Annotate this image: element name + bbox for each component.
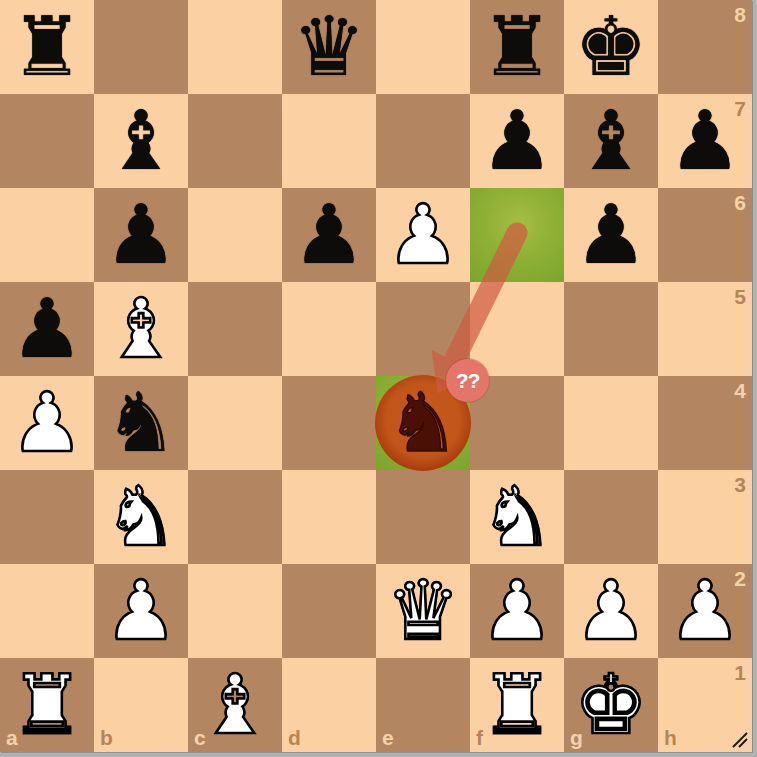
square-e1[interactable]: e bbox=[376, 658, 470, 752]
square-b4[interactable]: ♞ bbox=[94, 376, 188, 470]
square-g2[interactable]: ♟ bbox=[564, 564, 658, 658]
square-e4[interactable]: ♞?? bbox=[376, 376, 470, 470]
square-a6[interactable] bbox=[0, 188, 94, 282]
square-h7[interactable]: ♟7 bbox=[658, 94, 752, 188]
piece-white-bishop-b5[interactable]: ♝ bbox=[94, 282, 188, 376]
square-e7[interactable] bbox=[376, 94, 470, 188]
file-label-h: h bbox=[664, 726, 677, 750]
piece-white-pawn-e6[interactable]: ♟ bbox=[376, 188, 470, 282]
square-f6[interactable] bbox=[470, 188, 564, 282]
square-a7[interactable] bbox=[0, 94, 94, 188]
square-d3[interactable] bbox=[282, 470, 376, 564]
square-c4[interactable] bbox=[188, 376, 282, 470]
rank-label-1: 1 bbox=[734, 661, 746, 685]
piece-white-knight-b3[interactable]: ♞ bbox=[94, 470, 188, 564]
square-g7[interactable]: ♝ bbox=[564, 94, 658, 188]
square-a2[interactable] bbox=[0, 564, 94, 658]
square-a4[interactable]: ♟ bbox=[0, 376, 94, 470]
square-c5[interactable] bbox=[188, 282, 282, 376]
square-f3[interactable]: ♞ bbox=[470, 470, 564, 564]
square-c8[interactable] bbox=[188, 0, 282, 94]
piece-black-bishop-b7[interactable]: ♝ bbox=[94, 94, 188, 188]
rank-label-4: 4 bbox=[734, 379, 746, 403]
piece-white-pawn-g2[interactable]: ♟ bbox=[564, 564, 658, 658]
square-h8[interactable]: 8 bbox=[658, 0, 752, 94]
square-d2[interactable] bbox=[282, 564, 376, 658]
piece-white-pawn-b2[interactable]: ♟ bbox=[94, 564, 188, 658]
piece-white-knight-f3[interactable]: ♞ bbox=[470, 470, 564, 564]
square-c7[interactable] bbox=[188, 94, 282, 188]
piece-white-bishop-c1[interactable]: ♝ bbox=[188, 658, 282, 752]
square-d5[interactable] bbox=[282, 282, 376, 376]
piece-black-rook-f8[interactable]: ♜ bbox=[470, 0, 564, 94]
piece-white-rook-a1[interactable]: ♜ bbox=[0, 658, 94, 752]
rank-label-6: 6 bbox=[734, 191, 746, 215]
move-classification-badge: ?? bbox=[446, 359, 489, 402]
square-a1[interactable]: ♜a bbox=[0, 658, 94, 752]
piece-white-pawn-a4[interactable]: ♟ bbox=[0, 376, 94, 470]
file-label-b: b bbox=[100, 726, 113, 750]
square-g1[interactable]: ♚g bbox=[564, 658, 658, 752]
square-f7[interactable]: ♟ bbox=[470, 94, 564, 188]
piece-black-pawn-b6[interactable]: ♟ bbox=[94, 188, 188, 282]
square-g6[interactable]: ♟ bbox=[564, 188, 658, 282]
square-a5[interactable]: ♟ bbox=[0, 282, 94, 376]
square-d7[interactable] bbox=[282, 94, 376, 188]
piece-white-queen-e2[interactable]: ♛ bbox=[376, 564, 470, 658]
square-h5[interactable]: 5 bbox=[658, 282, 752, 376]
square-f2[interactable]: ♟ bbox=[470, 564, 564, 658]
piece-black-pawn-h7[interactable]: ♟ bbox=[658, 94, 752, 188]
square-d8[interactable]: ♛ bbox=[282, 0, 376, 94]
square-h3[interactable]: 3 bbox=[658, 470, 752, 564]
square-b3[interactable]: ♞ bbox=[94, 470, 188, 564]
square-e8[interactable] bbox=[376, 0, 470, 94]
square-e3[interactable] bbox=[376, 470, 470, 564]
board-resize-handle[interactable] bbox=[730, 730, 750, 750]
square-d1[interactable]: d bbox=[282, 658, 376, 752]
rank-label-5: 5 bbox=[734, 285, 746, 309]
square-g5[interactable] bbox=[564, 282, 658, 376]
square-b6[interactable]: ♟ bbox=[94, 188, 188, 282]
square-d4[interactable] bbox=[282, 376, 376, 470]
square-h1[interactable]: 1h bbox=[658, 658, 752, 752]
square-h6[interactable]: 6 bbox=[658, 188, 752, 282]
square-h2[interactable]: ♟2 bbox=[658, 564, 752, 658]
square-c2[interactable] bbox=[188, 564, 282, 658]
square-c3[interactable] bbox=[188, 470, 282, 564]
square-e6[interactable]: ♟ bbox=[376, 188, 470, 282]
piece-white-rook-f1[interactable]: ♜ bbox=[470, 658, 564, 752]
square-a3[interactable] bbox=[0, 470, 94, 564]
square-b5[interactable]: ♝ bbox=[94, 282, 188, 376]
piece-black-rook-a8[interactable]: ♜ bbox=[0, 0, 94, 94]
rank-label-8: 8 bbox=[734, 3, 746, 27]
square-f5[interactable] bbox=[470, 282, 564, 376]
square-f8[interactable]: ♜ bbox=[470, 0, 564, 94]
piece-black-pawn-g6[interactable]: ♟ bbox=[564, 188, 658, 282]
square-b1[interactable]: b bbox=[94, 658, 188, 752]
piece-white-king-g1[interactable]: ♚ bbox=[564, 658, 658, 752]
piece-black-pawn-f7[interactable]: ♟ bbox=[470, 94, 564, 188]
square-d6[interactable]: ♟ bbox=[282, 188, 376, 282]
file-label-d: d bbox=[288, 726, 301, 750]
square-g4[interactable] bbox=[564, 376, 658, 470]
square-c6[interactable] bbox=[188, 188, 282, 282]
square-b8[interactable] bbox=[94, 0, 188, 94]
square-g8[interactable]: ♚ bbox=[564, 0, 658, 94]
piece-black-queen-d8[interactable]: ♛ bbox=[282, 0, 376, 94]
square-e2[interactable]: ♛ bbox=[376, 564, 470, 658]
file-label-e: e bbox=[382, 726, 394, 750]
square-a8[interactable]: ♜ bbox=[0, 0, 94, 94]
square-f1[interactable]: ♜f bbox=[470, 658, 564, 752]
piece-white-pawn-f2[interactable]: ♟ bbox=[470, 564, 564, 658]
square-g3[interactable] bbox=[564, 470, 658, 564]
chess-board[interactable]: ♜♛♜♚8♝♟♝♟7♟♟♟♟6♟♝5♟♞♞??4♞♞3♟♛♟♟♟2♜ab♝cde… bbox=[0, 0, 752, 752]
square-h4[interactable]: 4 bbox=[658, 376, 752, 470]
piece-black-bishop-g7[interactable]: ♝ bbox=[564, 94, 658, 188]
piece-black-knight-b4[interactable]: ♞ bbox=[94, 376, 188, 470]
piece-black-pawn-d6[interactable]: ♟ bbox=[282, 188, 376, 282]
piece-black-king-g8[interactable]: ♚ bbox=[564, 0, 658, 94]
square-b7[interactable]: ♝ bbox=[94, 94, 188, 188]
rank-label-3: 3 bbox=[734, 473, 746, 497]
piece-black-pawn-a5[interactable]: ♟ bbox=[0, 282, 94, 376]
piece-white-pawn-h2[interactable]: ♟ bbox=[658, 564, 752, 658]
square-b2[interactable]: ♟ bbox=[94, 564, 188, 658]
square-c1[interactable]: ♝c bbox=[188, 658, 282, 752]
